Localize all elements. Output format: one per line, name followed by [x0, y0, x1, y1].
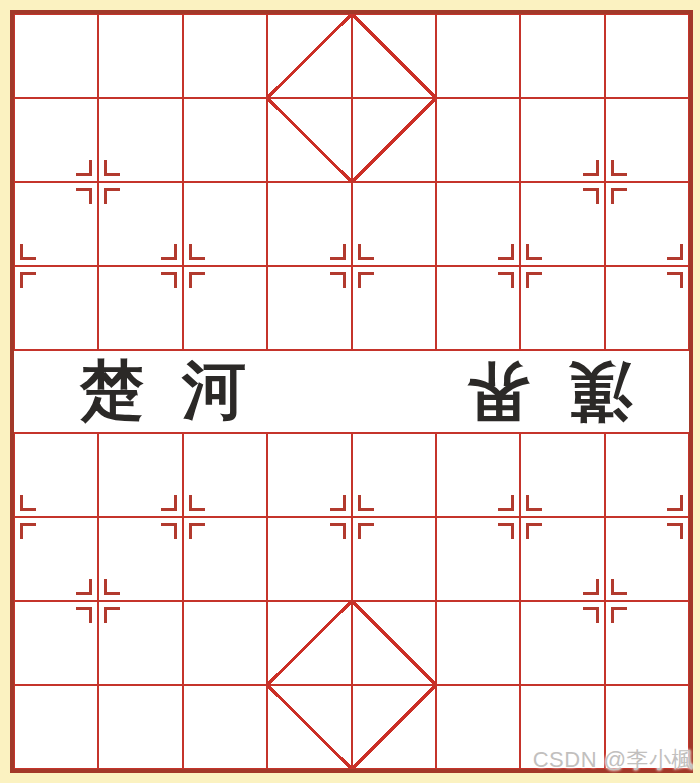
point-marker-corner: [667, 244, 683, 260]
point-marker-corner: [583, 607, 599, 623]
point-marker-corner: [20, 495, 36, 511]
point-marker-corner: [611, 188, 627, 204]
point-marker-corner: [76, 160, 92, 176]
xiangqi-board: 楚 河 漢 界: [10, 10, 693, 773]
river-char: 漢: [568, 359, 632, 423]
point-marker-corner: [330, 272, 346, 288]
point-marker-corner: [358, 272, 374, 288]
point-marker-corner: [583, 160, 599, 176]
point-marker-corner: [104, 188, 120, 204]
point-marker-corner: [104, 579, 120, 595]
page: 楚 河 漢 界 CSDN @李小楓: [0, 0, 700, 783]
point-marker-corner: [526, 495, 542, 511]
point-marker-corner: [189, 523, 205, 539]
point-marker-corner: [583, 579, 599, 595]
point-marker-corner: [161, 495, 177, 511]
river-char: 楚: [80, 359, 144, 423]
point-marker-corner: [20, 272, 36, 288]
point-marker-corner: [667, 523, 683, 539]
point-marker-corner: [583, 188, 599, 204]
point-marker-corner: [498, 272, 514, 288]
point-marker-corner: [526, 244, 542, 260]
point-marker-corner: [498, 244, 514, 260]
river-label-chu-he: 楚 河: [80, 359, 246, 423]
point-marker-corner: [189, 244, 205, 260]
river-band: 楚 河 漢 界: [14, 350, 689, 434]
point-marker-corner: [358, 244, 374, 260]
csdn-watermark: CSDN @李小楓: [533, 745, 694, 775]
point-marker-corner: [104, 607, 120, 623]
point-marker-corner: [526, 272, 542, 288]
point-marker-corner: [20, 244, 36, 260]
point-marker-corner: [104, 160, 120, 176]
point-marker-corner: [189, 495, 205, 511]
point-marker-corner: [161, 523, 177, 539]
point-marker-corner: [330, 495, 346, 511]
point-marker-corner: [358, 495, 374, 511]
point-marker-corner: [611, 607, 627, 623]
point-marker-corner: [76, 188, 92, 204]
point-marker-corner: [498, 523, 514, 539]
point-marker-corner: [611, 160, 627, 176]
point-marker-corner: [189, 272, 205, 288]
river-char: 河: [182, 359, 246, 423]
point-marker-corner: [667, 272, 683, 288]
point-marker-corner: [161, 244, 177, 260]
point-marker-corner: [330, 523, 346, 539]
point-marker-corner: [667, 495, 683, 511]
point-marker-corner: [330, 244, 346, 260]
point-marker-corner: [358, 523, 374, 539]
point-marker-corner: [161, 272, 177, 288]
point-marker-corner: [20, 523, 36, 539]
point-marker-corner: [76, 607, 92, 623]
point-marker-corner: [76, 579, 92, 595]
point-marker-corner: [611, 579, 627, 595]
river-label-han-jie: 漢 界: [466, 359, 632, 423]
river-char: 界: [466, 359, 530, 423]
point-marker-corner: [526, 523, 542, 539]
point-marker-corner: [498, 495, 514, 511]
